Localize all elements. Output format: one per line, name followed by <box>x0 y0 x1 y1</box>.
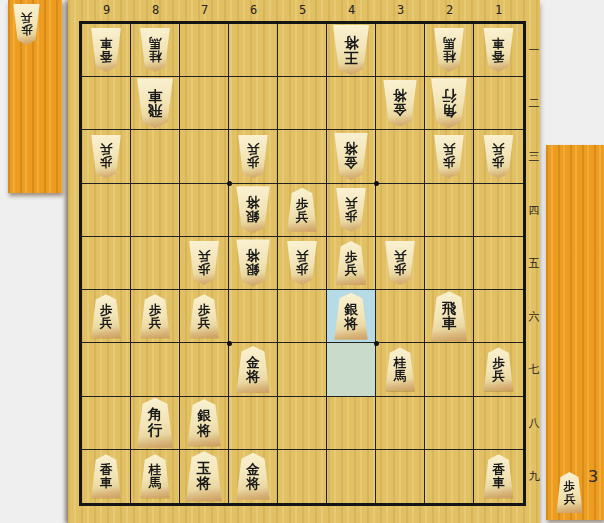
piece-kanji: 歩兵 <box>492 356 505 382</box>
square-6-1[interactable] <box>229 24 278 77</box>
gote-knight-piece[interactable]: 桂馬 <box>139 28 172 72</box>
piece-kanji: 桂馬 <box>443 37 456 63</box>
square-9-1[interactable]: 香車 <box>82 24 131 77</box>
sente-silver-piece[interactable]: 銀将 <box>333 293 370 340</box>
square-8-4[interactable] <box>131 184 180 237</box>
square-7-1[interactable] <box>180 24 229 77</box>
gote-knight-piece[interactable]: 桂馬 <box>433 28 466 72</box>
piece-kanji: 歩兵 <box>100 143 113 169</box>
square-9-5[interactable] <box>82 237 131 290</box>
gote-pawn-piece[interactable]: 歩兵 <box>237 135 270 179</box>
sente-lance-piece[interactable]: 香車 <box>90 454 123 498</box>
square-2-5[interactable] <box>425 237 474 290</box>
piece-kanji: 角行 <box>148 407 163 437</box>
square-7-8[interactable]: 銀将 <box>180 397 229 450</box>
rank-label-2: 二 <box>527 77 541 130</box>
square-4-2[interactable] <box>327 77 376 130</box>
shogi-board: 987654321 一二三四五六七八九 香車桂馬王将桂馬香車飛車金将角行歩兵歩兵… <box>68 0 540 523</box>
square-9-8[interactable] <box>82 397 131 450</box>
star-point <box>374 341 379 346</box>
square-2-6[interactable]: 飛車 <box>425 290 474 343</box>
square-8-3[interactable] <box>131 130 180 183</box>
rank-label-1: 一 <box>527 24 541 77</box>
square-3-5[interactable]: 歩兵 <box>376 237 425 290</box>
piece-kanji: 銀将 <box>246 196 260 224</box>
sente-piece-stand: 歩兵 3 <box>546 145 604 520</box>
piece-kanji: 歩兵 <box>247 143 260 169</box>
piece-kanji: 歩兵 <box>296 197 309 223</box>
gote-hand-pieces: 歩兵 <box>12 4 41 45</box>
square-5-3[interactable] <box>278 130 327 183</box>
square-4-6[interactable]: 銀将 <box>327 290 376 343</box>
rank-label-5: 五 <box>527 237 541 290</box>
piece-kanji: 桂馬 <box>149 37 162 63</box>
gote-gold-piece[interactable]: 金将 <box>382 80 419 127</box>
square-5-2[interactable] <box>278 77 327 130</box>
piece-kanji: 歩兵 <box>296 250 309 276</box>
square-4-3[interactable]: 金将 <box>327 130 376 183</box>
square-8-9[interactable]: 桂馬 <box>131 450 180 503</box>
square-8-2[interactable]: 飛車 <box>131 77 180 130</box>
piece-kanji: 飛車 <box>442 301 457 331</box>
square-6-2[interactable] <box>229 77 278 130</box>
sente-knight-piece[interactable]: 桂馬 <box>139 454 172 498</box>
piece-kanji: 歩兵 <box>149 303 162 329</box>
square-4-7[interactable] <box>327 343 376 396</box>
piece-kanji: 歩兵 <box>443 143 456 169</box>
piece-kanji: 香車 <box>492 37 505 63</box>
rank-label-9: 九 <box>527 450 541 503</box>
sente-pawn-piece[interactable]: 歩兵 <box>90 294 123 338</box>
square-2-9[interactable] <box>425 450 474 503</box>
sente-knight-piece[interactable]: 桂馬 <box>384 347 417 391</box>
sente-king-piece[interactable]: 玉将 <box>184 451 224 501</box>
piece-kanji: 歩兵 <box>345 197 358 223</box>
square-9-9[interactable]: 香車 <box>82 450 131 503</box>
square-4-1[interactable]: 王将 <box>327 24 376 77</box>
square-7-4[interactable] <box>180 184 229 237</box>
gote-pawn-piece[interactable]: 歩兵 <box>286 241 319 285</box>
square-1-3[interactable]: 歩兵 <box>474 130 523 183</box>
piece-kanji: 香車 <box>100 37 113 63</box>
file-label-9: 9 <box>82 2 131 18</box>
gote-silver-piece[interactable]: 銀将 <box>235 186 272 233</box>
star-point <box>227 181 232 186</box>
square-7-7[interactable] <box>180 343 229 396</box>
piece-kanji: 銀将 <box>344 302 358 330</box>
sente-pawn-piece[interactable]: 歩兵 <box>286 188 319 232</box>
square-2-1[interactable]: 桂馬 <box>425 24 474 77</box>
sente-gold-piece[interactable]: 金将 <box>235 346 272 393</box>
sente-pawn-piece[interactable]: 歩兵 <box>482 347 515 391</box>
square-4-5[interactable]: 歩兵 <box>327 237 376 290</box>
square-8-8[interactable]: 角行 <box>131 397 180 450</box>
piece-kanji: 桂馬 <box>394 356 407 382</box>
sente-pawn-piece[interactable]: 歩兵 <box>188 294 221 338</box>
sente-lance-piece[interactable]: 香車 <box>482 454 515 498</box>
piece-kanji: 王将 <box>344 35 359 65</box>
sente-bishop-piece[interactable]: 角行 <box>135 398 175 448</box>
square-9-4[interactable] <box>82 184 131 237</box>
sente-hand-pieces: 歩兵 <box>555 472 584 513</box>
piece-kanji: 歩兵 <box>345 250 358 276</box>
square-6-5[interactable]: 銀将 <box>229 237 278 290</box>
piece-kanji: 金将 <box>246 355 260 383</box>
sente-pawn-piece[interactable]: 歩兵 <box>335 241 368 285</box>
piece-kanji: 玉将 <box>197 461 212 491</box>
gote-pawn-piece[interactable]: 歩兵 <box>188 241 221 285</box>
gote-gold-piece[interactable]: 金将 <box>333 133 370 180</box>
rank-label-3: 三 <box>527 130 541 183</box>
piece-kanji: 金将 <box>393 89 407 117</box>
file-label-1: 1 <box>474 2 523 18</box>
piece-kanji: 銀将 <box>197 408 211 436</box>
square-1-2[interactable] <box>474 77 523 130</box>
square-3-1[interactable] <box>376 24 425 77</box>
piece-kanji: 桂馬 <box>149 463 162 489</box>
piece-kanji: 銀将 <box>246 249 260 277</box>
gote-rook-piece[interactable]: 飛車 <box>135 78 175 128</box>
piece-kanji: 香車 <box>100 463 113 489</box>
square-1-9[interactable]: 香車 <box>474 450 523 503</box>
piece-kanji: 歩兵 <box>394 250 407 276</box>
square-1-8[interactable] <box>474 397 523 450</box>
gote-lance-piece[interactable]: 香車 <box>482 28 515 72</box>
square-1-6[interactable] <box>474 290 523 343</box>
square-8-6[interactable]: 歩兵 <box>131 290 180 343</box>
rank-label-7: 七 <box>527 343 541 396</box>
sente-gold-piece[interactable]: 金将 <box>235 453 272 500</box>
gote-king-piece[interactable]: 王将 <box>331 25 371 75</box>
square-7-6[interactable]: 歩兵 <box>180 290 229 343</box>
square-7-5[interactable]: 歩兵 <box>180 237 229 290</box>
square-4-9[interactable] <box>327 450 376 503</box>
gote-silver-piece[interactable]: 銀将 <box>235 239 272 286</box>
square-3-9[interactable] <box>376 450 425 503</box>
sente-pawn-piece[interactable]: 歩兵 <box>555 472 584 513</box>
square-1-7[interactable]: 歩兵 <box>474 343 523 396</box>
piece-kanji: 歩兵 <box>564 480 576 504</box>
square-1-1[interactable]: 香車 <box>474 24 523 77</box>
file-label-5: 5 <box>278 2 327 18</box>
file-label-8: 8 <box>131 2 180 18</box>
square-5-6[interactable] <box>278 290 327 343</box>
piece-kanji: 歩兵 <box>492 143 505 169</box>
square-6-8[interactable] <box>229 397 278 450</box>
gote-pawn-piece[interactable]: 歩兵 <box>335 188 368 232</box>
square-4-4[interactable]: 歩兵 <box>327 184 376 237</box>
square-7-3[interactable] <box>180 130 229 183</box>
square-3-8[interactable] <box>376 397 425 450</box>
square-6-9[interactable]: 金将 <box>229 450 278 503</box>
square-3-7[interactable]: 桂馬 <box>376 343 425 396</box>
square-5-7[interactable] <box>278 343 327 396</box>
square-7-9[interactable]: 玉将 <box>180 450 229 503</box>
file-label-6: 6 <box>229 2 278 18</box>
gote-pawn-piece[interactable]: 歩兵 <box>90 135 123 179</box>
star-point <box>374 181 379 186</box>
square-1-4[interactable] <box>474 184 523 237</box>
gote-bishop-piece[interactable]: 角行 <box>429 78 469 128</box>
square-4-8[interactable] <box>327 397 376 450</box>
square-5-4[interactable]: 歩兵 <box>278 184 327 237</box>
sente-pawn-count: 3 <box>588 467 598 486</box>
rank-label-6: 六 <box>527 290 541 343</box>
gote-pawn-piece[interactable]: 歩兵 <box>433 135 466 179</box>
square-9-6[interactable]: 歩兵 <box>82 290 131 343</box>
square-6-3[interactable]: 歩兵 <box>229 130 278 183</box>
sente-rook-piece[interactable]: 飛車 <box>429 291 469 341</box>
square-3-2[interactable]: 金将 <box>376 77 425 130</box>
file-label-2: 2 <box>425 2 474 18</box>
square-6-4[interactable]: 銀将 <box>229 184 278 237</box>
square-6-6[interactable] <box>229 290 278 343</box>
gote-lance-piece[interactable]: 香車 <box>90 28 123 72</box>
piece-kanji: 香車 <box>492 463 505 489</box>
piece-kanji: 歩兵 <box>21 12 33 36</box>
gote-pawn-piece[interactable]: 歩兵 <box>482 135 515 179</box>
gote-pawn-piece[interactable]: 歩兵 <box>384 241 417 285</box>
square-3-6[interactable] <box>376 290 425 343</box>
square-6-7[interactable]: 金将 <box>229 343 278 396</box>
gote-pawn-piece[interactable]: 歩兵 <box>12 4 41 45</box>
square-9-3[interactable]: 歩兵 <box>82 130 131 183</box>
piece-kanji: 金将 <box>344 142 358 170</box>
sente-silver-piece[interactable]: 銀将 <box>186 399 223 446</box>
square-2-2[interactable]: 角行 <box>425 77 474 130</box>
square-5-8[interactable] <box>278 397 327 450</box>
gote-piece-stand: 歩兵 <box>8 0 62 193</box>
board-frame: 香車桂馬王将桂馬香車飛車金将角行歩兵歩兵金将歩兵歩兵銀将歩兵歩兵歩兵銀将歩兵歩兵… <box>79 21 526 506</box>
square-5-5[interactable]: 歩兵 <box>278 237 327 290</box>
piece-kanji: 歩兵 <box>100 303 113 329</box>
file-label-4: 4 <box>327 2 376 18</box>
rank-label-8: 八 <box>527 397 541 450</box>
star-point <box>227 341 232 346</box>
rank-label-4: 四 <box>527 184 541 237</box>
square-1-5[interactable] <box>474 237 523 290</box>
square-9-7[interactable] <box>82 343 131 396</box>
square-3-4[interactable] <box>376 184 425 237</box>
square-9-2[interactable] <box>82 77 131 130</box>
shogi-app: 歩兵 987654321 一二三四五六七八九 香車桂馬王将桂馬香車飛車金将角行歩… <box>0 0 604 523</box>
board-grid: 香車桂馬王将桂馬香車飛車金将角行歩兵歩兵金将歩兵歩兵銀将歩兵歩兵歩兵銀将歩兵歩兵… <box>82 24 523 503</box>
piece-kanji: 歩兵 <box>198 250 211 276</box>
file-label-3: 3 <box>376 2 425 18</box>
square-2-3[interactable]: 歩兵 <box>425 130 474 183</box>
piece-kanji: 歩兵 <box>198 303 211 329</box>
square-2-7[interactable] <box>425 343 474 396</box>
sente-pawn-piece[interactable]: 歩兵 <box>139 294 172 338</box>
square-5-1[interactable] <box>278 24 327 77</box>
square-2-4[interactable] <box>425 184 474 237</box>
square-5-9[interactable] <box>278 450 327 503</box>
file-label-7: 7 <box>180 2 229 18</box>
square-8-5[interactable] <box>131 237 180 290</box>
piece-kanji: 角行 <box>442 88 457 118</box>
piece-kanji: 飛車 <box>148 88 163 118</box>
square-2-8[interactable] <box>425 397 474 450</box>
piece-kanji: 金将 <box>246 462 260 490</box>
square-3-3[interactable] <box>376 130 425 183</box>
square-7-2[interactable] <box>180 77 229 130</box>
square-8-1[interactable]: 桂馬 <box>131 24 180 77</box>
square-8-7[interactable] <box>131 343 180 396</box>
